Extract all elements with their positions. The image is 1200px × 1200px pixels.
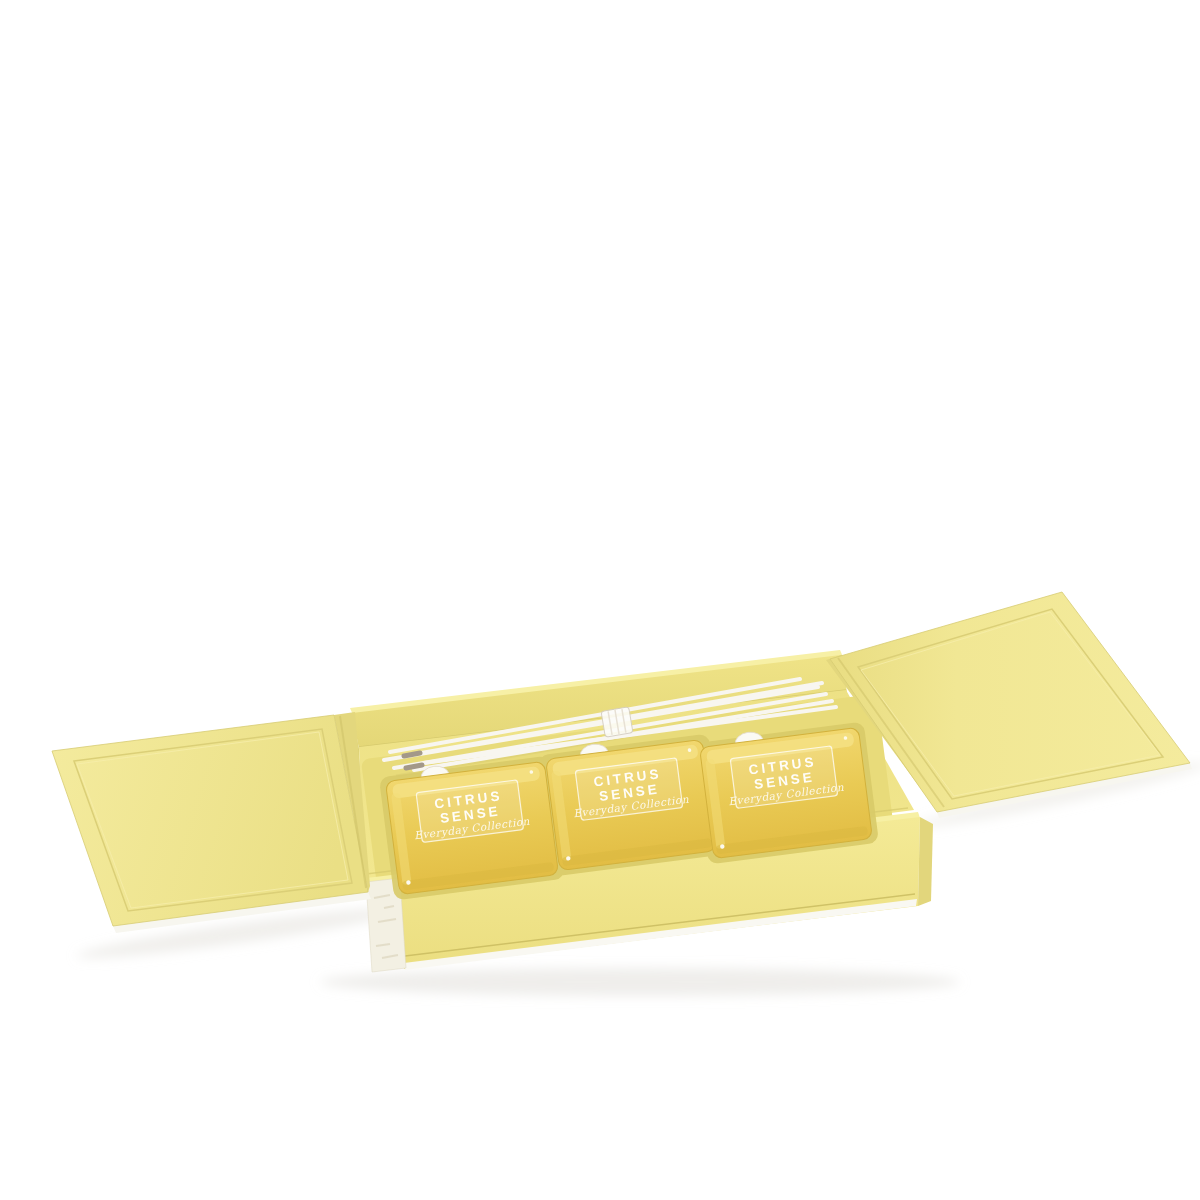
gift-box-scene: CITRUS SENSE Everyday Collection CITRUS … [0,0,1200,1200]
product-photo: CITRUS SENSE Everyday Collection CITRUS … [0,0,1200,1200]
reed-band [601,707,633,737]
tray-right-side [918,817,933,906]
left-door [52,712,371,933]
